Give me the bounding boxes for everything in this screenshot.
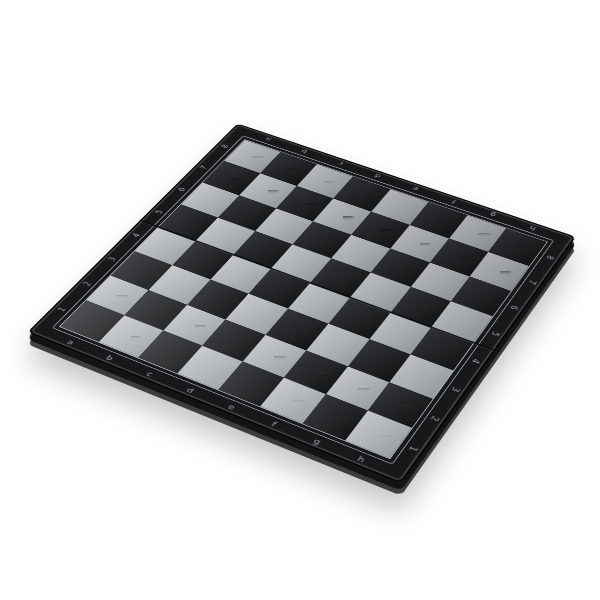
black-pawn-c7: ♟ bbox=[290, 174, 321, 208]
product-photo-stage: ♜♞♝♛♚♝♞♜♟♟♟♟♟♟♟♟♟♟♟♟♟♟♟♟♜♞♝♛♚♝♞♜ abcdefg… bbox=[0, 0, 600, 600]
board-perspective-wrap: ♜♞♝♛♚♝♞♜♟♟♟♟♟♟♟♟♟♟♟♟♟♟♟♟♜♞♝♛♚♝♞♜ abcdefg… bbox=[0, 0, 600, 600]
black-pawn-g7: ♟ bbox=[443, 227, 475, 262]
folding-chess-board: ♜♞♝♛♚♝♞♜♟♟♟♟♟♟♟♟♟♟♟♟♟♟♟♟♜♞♝♛♚♝♞♜ abcdefg… bbox=[27, 123, 576, 483]
board-grid: ♜♞♝♛♚♝♞♜♟♟♟♟♟♟♟♟♟♟♟♟♟♟♟♟♜♞♝♛♚♝♞♜ bbox=[59, 139, 548, 459]
black-pawn-h7: ♟ bbox=[484, 240, 516, 276]
chess-set-scene: ♜♞♝♛♚♝♞♜♟♟♟♟♟♟♟♟♟♟♟♟♟♟♟♟♜♞♝♛♚♝♞♜ abcdefg… bbox=[0, 0, 600, 600]
black-pawn-e7: ♟ bbox=[365, 200, 396, 235]
black-pawn-b7: ♟ bbox=[253, 161, 283, 195]
white-knight-b1: ♞ bbox=[110, 294, 153, 342]
black-pawn-a7: ♟ bbox=[217, 149, 247, 183]
black-pawn-d7: ♟ bbox=[327, 187, 358, 221]
white-rook-a1: ♜ bbox=[73, 283, 112, 326]
white-knight-g1: ♞ bbox=[313, 373, 358, 423]
white-rook-h1: ♜ bbox=[358, 394, 399, 440]
white-bishop-f1: ♝ bbox=[271, 356, 315, 405]
black-pawn-f7: ♟ bbox=[404, 213, 435, 248]
